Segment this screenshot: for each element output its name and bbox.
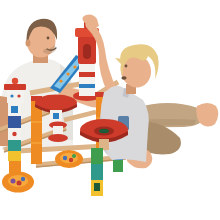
marble-green xyxy=(72,154,76,158)
tower-window xyxy=(83,44,91,59)
marble-purple xyxy=(11,179,16,184)
marble-blue xyxy=(21,177,25,181)
block-teal xyxy=(8,140,21,151)
disc-a-support-sticker xyxy=(53,113,59,119)
spinner-base xyxy=(48,134,68,142)
teal-block-column xyxy=(91,148,103,196)
block-white-1-sticker xyxy=(11,106,18,113)
block-orange-foot xyxy=(9,161,21,173)
teal-column-sticker xyxy=(94,183,100,191)
mini-tower-knob xyxy=(12,78,18,84)
mini-tower-body xyxy=(7,90,24,103)
teal-column-teal-block xyxy=(91,164,103,180)
boy-eye xyxy=(125,65,128,68)
man-ear xyxy=(26,40,31,47)
block-white-2-dot xyxy=(12,132,16,136)
marble-red-2 xyxy=(69,158,73,162)
funnel-hole xyxy=(99,129,109,133)
teal-column-green-block xyxy=(91,148,103,164)
ramp-dot-1 xyxy=(59,79,62,82)
ramp-dot-2 xyxy=(66,72,69,75)
mini-tower-dot-red xyxy=(17,94,20,97)
marble-base-left xyxy=(2,172,34,193)
orange-column-shaft xyxy=(31,101,42,164)
marble-blue-2 xyxy=(63,156,67,160)
marble-red xyxy=(17,181,22,186)
scene-illustration xyxy=(0,0,220,220)
mini-tower-dot-blue xyxy=(10,94,13,97)
right-block-green xyxy=(113,160,123,172)
man-eye xyxy=(47,37,50,40)
block-blue xyxy=(8,116,21,128)
tower-base-column xyxy=(79,62,95,96)
photo-canvas xyxy=(0,0,220,220)
tower-base-blue-band xyxy=(79,84,95,88)
block-yellow xyxy=(8,151,21,161)
marble-base-middle xyxy=(55,150,83,168)
tower-base-red-band xyxy=(79,72,95,77)
ramp-dot-3 xyxy=(73,65,76,68)
mini-tower-cap xyxy=(4,84,26,90)
base-mid-inner xyxy=(60,153,78,163)
boy-smile xyxy=(121,76,126,80)
